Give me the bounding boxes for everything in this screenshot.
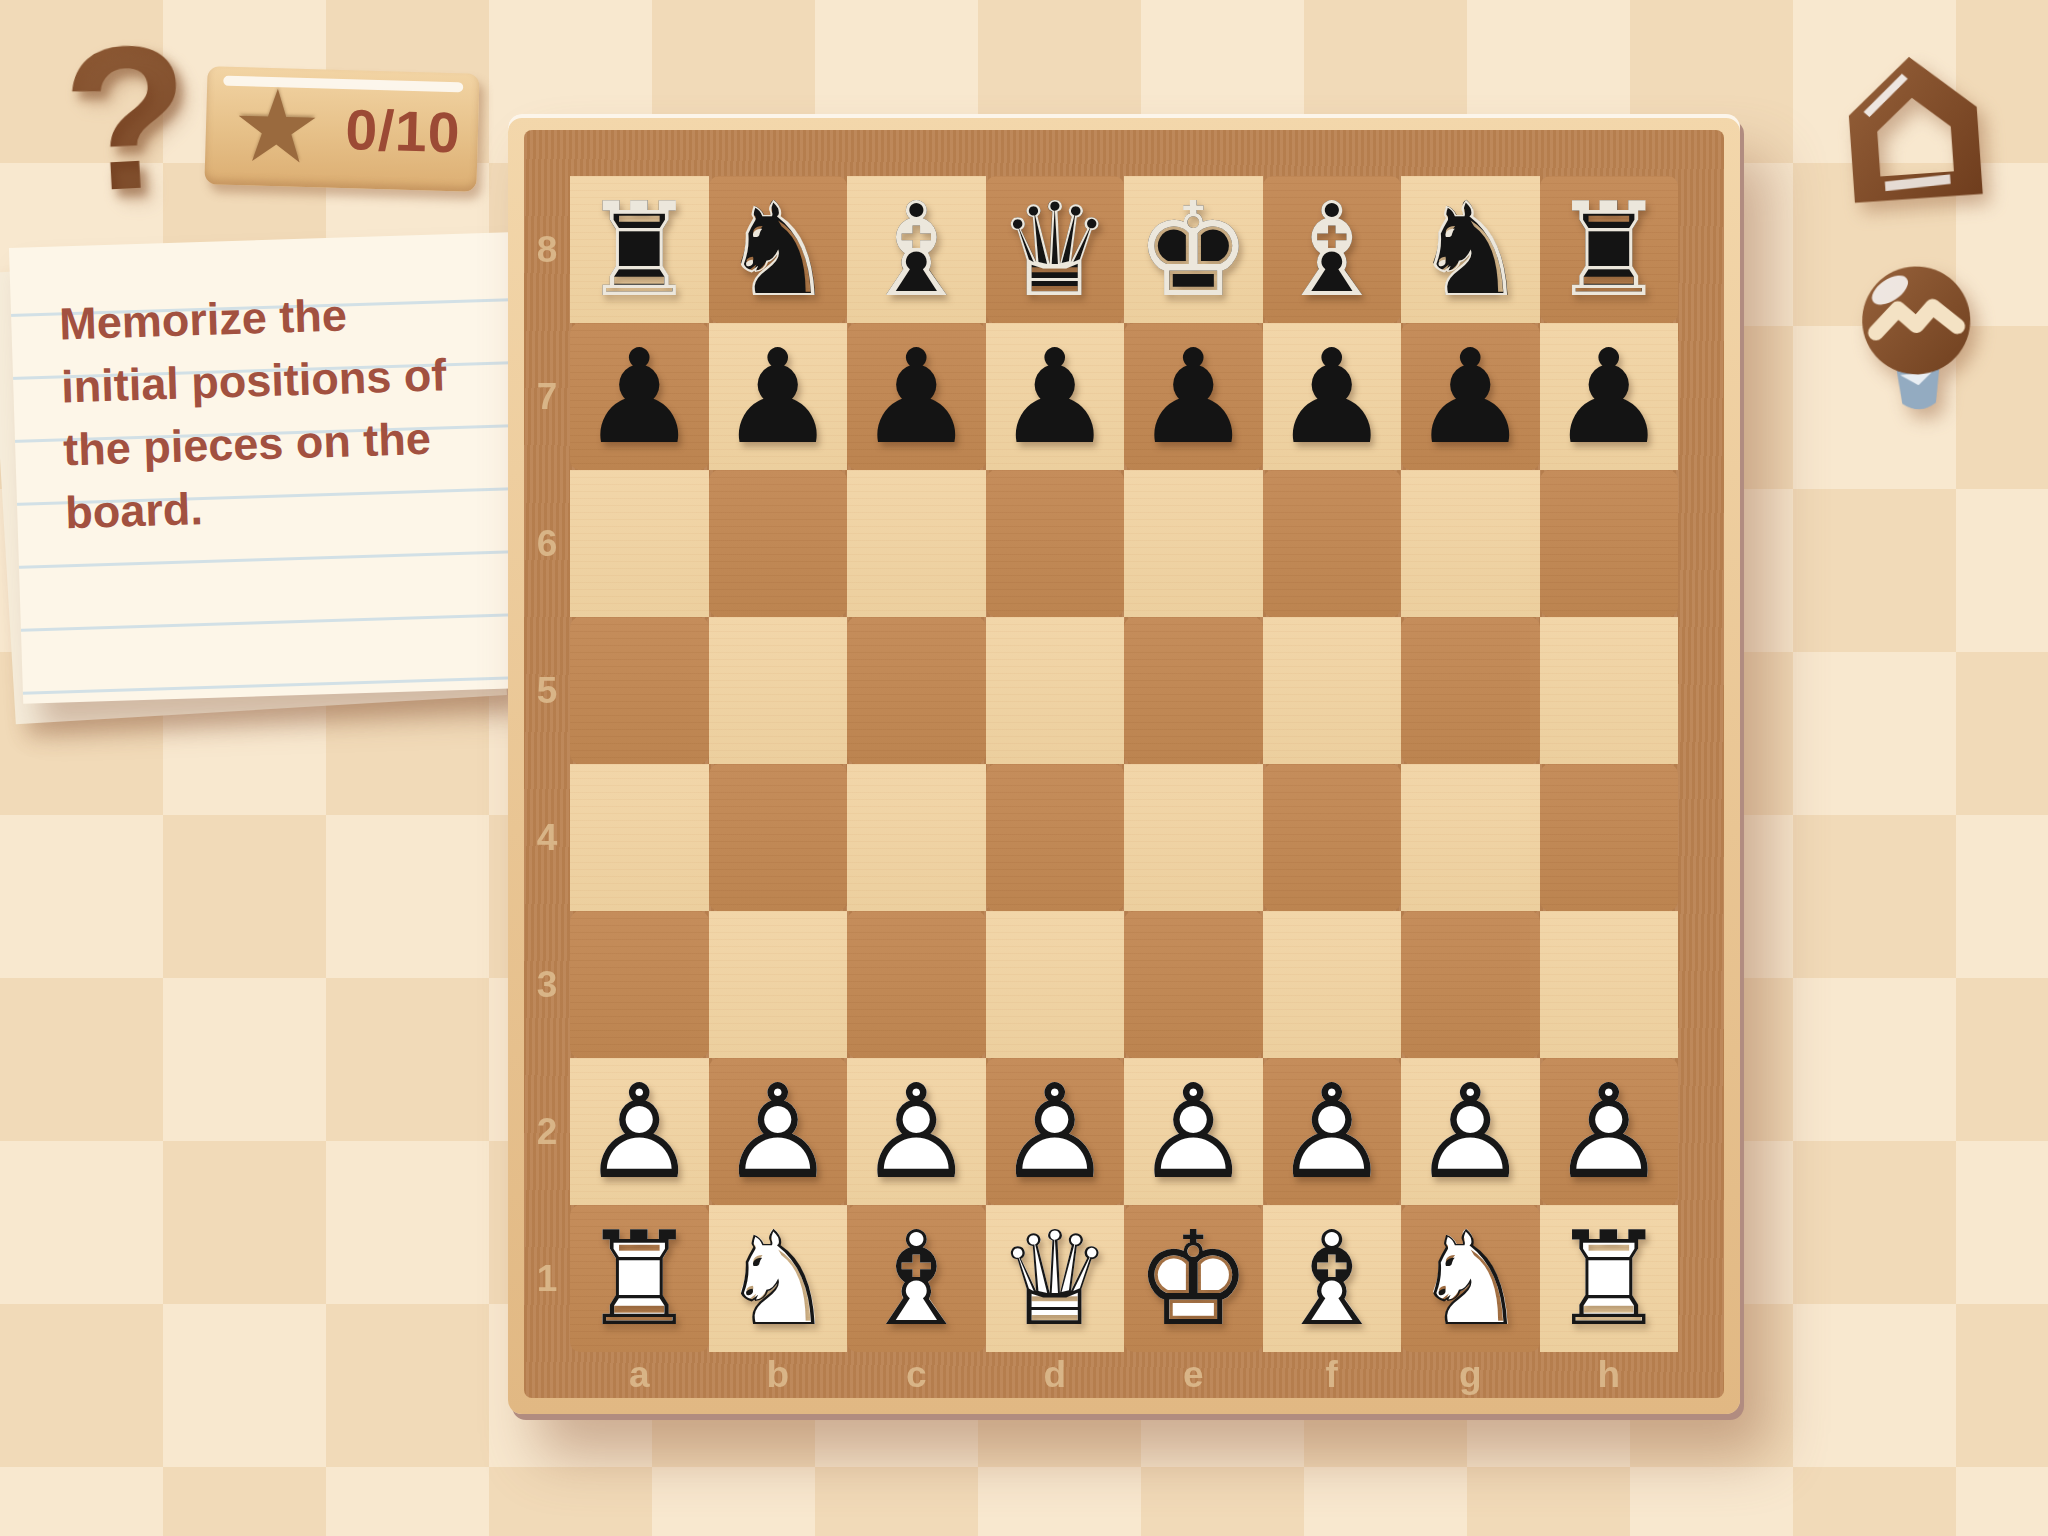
black-knight: ♞♘	[1405, 185, 1535, 315]
black-pawn: ♟	[1544, 332, 1674, 462]
rank-label-1: 1	[524, 1205, 570, 1352]
note-line: board.	[64, 468, 490, 544]
black-pawn: ♟	[1267, 332, 1397, 462]
square-a8[interactable]: ♜♖	[570, 176, 709, 323]
black-rook: ♜♖	[1544, 185, 1674, 315]
square-f2[interactable]: ♟♙	[1263, 1058, 1402, 1205]
white-pawn: ♟♙	[574, 1067, 704, 1197]
square-g5[interactable]	[1401, 617, 1540, 764]
lightbulb-icon	[1853, 262, 1980, 422]
white-bishop: ♝♗	[1267, 1214, 1397, 1344]
square-f1[interactable]: ♝♗	[1263, 1205, 1402, 1352]
square-f5[interactable]	[1263, 617, 1402, 764]
chess-board: ♜♖♞♘♝♗♛♕♚♔♝♗♞♘♜♖♟♟♟♟♟♟♟♟♟♙♟♙♟♙♟♙♟♙♟♙♟♙♟♙…	[508, 114, 1740, 1414]
black-pawn: ♟	[851, 332, 981, 462]
square-h4[interactable]	[1540, 764, 1679, 911]
white-pawn: ♟♙	[990, 1067, 1120, 1197]
square-b7[interactable]: ♟	[709, 323, 848, 470]
square-c8[interactable]: ♝♗	[847, 176, 986, 323]
square-e8[interactable]: ♚♔	[1124, 176, 1263, 323]
black-pawn: ♟	[1128, 332, 1258, 462]
square-d4[interactable]	[986, 764, 1125, 911]
file-label-d: d	[986, 1352, 1125, 1398]
home-icon	[1839, 49, 1989, 208]
score-plaque: ★ 0/10	[204, 66, 479, 192]
white-pawn: ♟♙	[1267, 1067, 1397, 1197]
square-e4[interactable]	[1124, 764, 1263, 911]
black-pawn: ♟	[713, 332, 843, 462]
white-rook: ♜♖	[1544, 1214, 1674, 1344]
file-label-c: c	[847, 1352, 986, 1398]
square-h3[interactable]	[1540, 911, 1679, 1058]
black-king: ♚♔	[1128, 185, 1258, 315]
square-d6[interactable]	[986, 470, 1125, 617]
white-pawn: ♟♙	[1405, 1067, 1535, 1197]
note-line: the pieces on the	[62, 405, 488, 481]
square-g8[interactable]: ♞♘	[1401, 176, 1540, 323]
rank-label-5: 5	[524, 617, 570, 764]
square-a2[interactable]: ♟♙	[570, 1058, 709, 1205]
square-b8[interactable]: ♞♘	[709, 176, 848, 323]
white-pawn: ♟♙	[1128, 1067, 1258, 1197]
square-a3[interactable]	[570, 911, 709, 1058]
square-h7[interactable]: ♟	[1540, 323, 1679, 470]
square-d5[interactable]	[986, 617, 1125, 764]
square-c2[interactable]: ♟♙	[847, 1058, 986, 1205]
file-label-a: a	[570, 1352, 709, 1398]
square-c1[interactable]: ♝♗	[847, 1205, 986, 1352]
square-c4[interactable]	[847, 764, 986, 911]
file-label-b: b	[709, 1352, 848, 1398]
square-a6[interactable]	[570, 470, 709, 617]
square-e6[interactable]	[1124, 470, 1263, 617]
score-text: 0/10	[345, 96, 462, 165]
square-c7[interactable]: ♟	[847, 323, 986, 470]
square-h1[interactable]: ♜♖	[1540, 1205, 1679, 1352]
rank-label-2: 2	[524, 1058, 570, 1205]
square-e7[interactable]: ♟	[1124, 323, 1263, 470]
file-label-f: f	[1263, 1352, 1402, 1398]
white-pawn: ♟♙	[851, 1067, 981, 1197]
square-f7[interactable]: ♟	[1263, 323, 1402, 470]
white-knight: ♞♘	[713, 1214, 843, 1344]
square-f4[interactable]	[1263, 764, 1402, 911]
white-rook: ♜♖	[574, 1214, 704, 1344]
square-h5[interactable]	[1540, 617, 1679, 764]
square-f3[interactable]	[1263, 911, 1402, 1058]
square-c5[interactable]	[847, 617, 986, 764]
file-label-e: e	[1124, 1352, 1263, 1398]
square-f8[interactable]: ♝♗	[1263, 176, 1402, 323]
file-labels: abcdefgh	[570, 1352, 1678, 1398]
black-pawn: ♟	[574, 332, 704, 462]
square-h8[interactable]: ♜♖	[1540, 176, 1679, 323]
instruction-note: Memorize theinitial positions ofthe piec…	[9, 232, 523, 703]
rank-labels: 87654321	[524, 176, 570, 1352]
square-h6[interactable]	[1540, 470, 1679, 617]
square-d7[interactable]: ♟	[986, 323, 1125, 470]
square-c6[interactable]	[847, 470, 986, 617]
square-a1[interactable]: ♜♖	[570, 1205, 709, 1352]
white-pawn: ♟♙	[1544, 1067, 1674, 1197]
square-a4[interactable]	[570, 764, 709, 911]
square-a5[interactable]	[570, 617, 709, 764]
square-b5[interactable]	[709, 617, 848, 764]
rank-label-3: 3	[524, 911, 570, 1058]
black-pawn: ♟	[1405, 332, 1535, 462]
file-label-g: g	[1401, 1352, 1540, 1398]
square-g1[interactable]: ♞♘	[1401, 1205, 1540, 1352]
black-bishop: ♝♗	[851, 185, 981, 315]
white-pawn: ♟♙	[713, 1067, 843, 1197]
square-e1[interactable]: ♚♔	[1124, 1205, 1263, 1352]
square-d1[interactable]: ♛♕	[986, 1205, 1125, 1352]
file-label-h: h	[1540, 1352, 1679, 1398]
square-g4[interactable]	[1401, 764, 1540, 911]
square-b1[interactable]: ♞♘	[709, 1205, 848, 1352]
white-queen: ♛♕	[990, 1214, 1120, 1344]
square-g6[interactable]	[1401, 470, 1540, 617]
square-b3[interactable]	[709, 911, 848, 1058]
square-d3[interactable]	[986, 911, 1125, 1058]
square-e2[interactable]: ♟♙	[1124, 1058, 1263, 1205]
square-b2[interactable]: ♟♙	[709, 1058, 848, 1205]
home-button[interactable]	[1839, 49, 1989, 208]
black-knight: ♞♘	[713, 185, 843, 315]
square-e3[interactable]	[1124, 911, 1263, 1058]
black-rook: ♜♖	[574, 185, 704, 315]
black-pawn: ♟	[990, 332, 1120, 462]
help-button[interactable]: ?	[59, 10, 209, 217]
hint-button[interactable]	[1853, 262, 1980, 422]
square-d8[interactable]: ♛♕	[986, 176, 1125, 323]
black-bishop: ♝♗	[1267, 185, 1397, 315]
square-g2[interactable]: ♟♙	[1401, 1058, 1540, 1205]
rank-label-8: 8	[524, 176, 570, 323]
square-e5[interactable]	[1124, 617, 1263, 764]
rank-label-6: 6	[524, 470, 570, 617]
square-b6[interactable]	[709, 470, 848, 617]
square-d2[interactable]: ♟♙	[986, 1058, 1125, 1205]
board-grid: ♜♖♞♘♝♗♛♕♚♔♝♗♞♘♜♖♟♟♟♟♟♟♟♟♟♙♟♙♟♙♟♙♟♙♟♙♟♙♟♙…	[570, 176, 1678, 1352]
question-mark-icon: ?	[58, 0, 195, 235]
rank-label-7: 7	[524, 323, 570, 470]
square-f6[interactable]	[1263, 470, 1402, 617]
note-text: Memorize theinitial positions ofthe piec…	[9, 232, 518, 546]
black-queen: ♛♕	[990, 185, 1120, 315]
white-bishop: ♝♗	[851, 1214, 981, 1344]
square-g7[interactable]: ♟	[1401, 323, 1540, 470]
square-g3[interactable]	[1401, 911, 1540, 1058]
square-b4[interactable]	[709, 764, 848, 911]
square-h2[interactable]: ♟♙	[1540, 1058, 1679, 1205]
rank-label-4: 4	[524, 764, 570, 911]
square-c3[interactable]	[847, 911, 986, 1058]
white-king: ♚♔	[1128, 1214, 1258, 1344]
white-knight: ♞♘	[1405, 1214, 1535, 1344]
star-icon: ★	[231, 76, 323, 178]
game-screen: ? ★ 0/10 Memorize theinitial positions o…	[0, 0, 2048, 1536]
square-a7[interactable]: ♟	[570, 323, 709, 470]
